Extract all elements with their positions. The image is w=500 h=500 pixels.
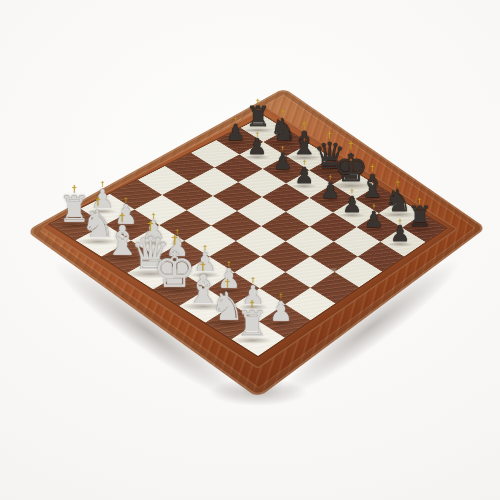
chess-board-grid: [50, 116, 446, 356]
photo-background: †♜†♟†♞†♟†♝†♟†♛†♟†♚†♟†♝†♟†♟†♞†♜†♟†♟†♜†♞†♟…: [0, 0, 500, 500]
maker-mark: ≈: [329, 264, 337, 275]
gilt-finial-icon: †: [72, 185, 77, 194]
